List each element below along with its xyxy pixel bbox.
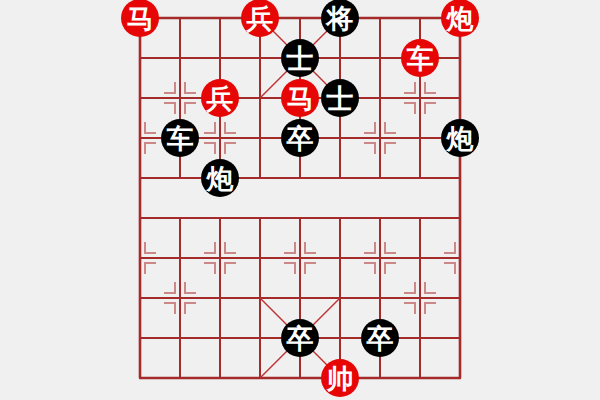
piece-black-cannon-i4[interactable]: 炮 (441, 119, 479, 157)
pieces-layer: 马兵将炮士车兵马士车卒炮炮卒卒帅 (0, 0, 600, 400)
piece-black-cannon-c5[interactable]: 炮 (201, 159, 239, 197)
piece-black-soldier-e4[interactable]: 卒 (281, 119, 319, 157)
piece-red-soldier-d1[interactable]: 兵 (241, 0, 279, 37)
xiangqi-board[interactable]: 马兵将炮士车兵马士车卒炮炮卒卒帅 (0, 0, 600, 400)
piece-black-advisor-f3[interactable]: 士 (321, 79, 359, 117)
piece-red-soldier-c3[interactable]: 兵 (201, 79, 239, 117)
piece-black-general-f1[interactable]: 将 (321, 0, 359, 37)
piece-red-general-f10[interactable]: 帅 (321, 359, 359, 397)
piece-black-advisor-e2[interactable]: 士 (281, 39, 319, 77)
piece-black-soldier-e9[interactable]: 卒 (281, 319, 319, 357)
piece-black-soldier-g9[interactable]: 卒 (361, 319, 399, 357)
piece-red-cannon-i1[interactable]: 炮 (441, 0, 479, 37)
piece-red-horse-a1[interactable]: 马 (121, 0, 159, 37)
piece-red-horse-e3[interactable]: 马 (281, 79, 319, 117)
piece-red-chariot-h2[interactable]: 车 (401, 39, 439, 77)
piece-black-chariot-b4[interactable]: 车 (161, 119, 199, 157)
